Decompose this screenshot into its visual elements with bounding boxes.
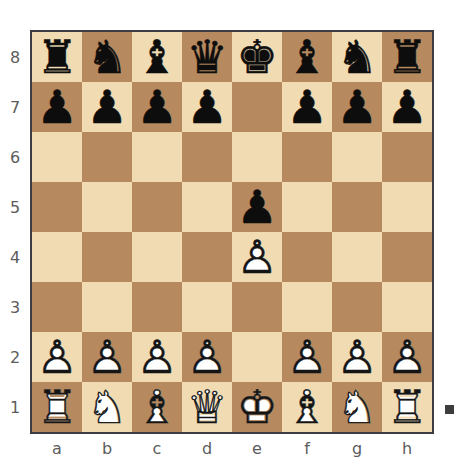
black-pawn-piece[interactable]: ♟ — [132, 82, 182, 132]
black-queen-piece[interactable]: ♛ — [182, 32, 232, 82]
black-king-piece[interactable]: ♚ — [232, 32, 282, 82]
white-rook-piece[interactable]: ♜♖ — [32, 382, 82, 432]
square-e6[interactable] — [232, 132, 282, 182]
square-b6[interactable] — [82, 132, 132, 182]
square-e2[interactable] — [232, 332, 282, 382]
square-e8[interactable]: ♚ — [232, 32, 282, 82]
square-a5[interactable] — [32, 182, 82, 232]
file-label: c — [132, 434, 182, 462]
white-queen-piece[interactable]: ♛♕ — [182, 382, 232, 432]
square-f8[interactable]: ♝ — [282, 32, 332, 82]
board: ♜♞♝♛♚♝♞♜♟♟♟♟♟♟♟♟♟♙♟♙♟♙♟♙♟♙♟♙♟♙♟♙♜♖♞♘♝♗♛♕… — [32, 32, 432, 432]
file-label: f — [282, 434, 332, 462]
rank-label: 2 — [0, 332, 30, 382]
square-f7[interactable]: ♟ — [282, 82, 332, 132]
square-f5[interactable] — [282, 182, 332, 232]
square-g6[interactable] — [332, 132, 382, 182]
black-bishop-piece[interactable]: ♝ — [132, 32, 182, 82]
black-knight-piece[interactable]: ♞ — [332, 32, 382, 82]
rank-label: 5 — [0, 182, 30, 232]
square-d8[interactable]: ♛ — [182, 32, 232, 82]
white-pawn-piece[interactable]: ♟♙ — [332, 332, 382, 382]
square-d6[interactable] — [182, 132, 232, 182]
square-b5[interactable] — [82, 182, 132, 232]
square-f1[interactable]: ♝♗ — [282, 382, 332, 432]
rank-label: 4 — [0, 232, 30, 282]
file-label: d — [182, 434, 232, 462]
square-c6[interactable] — [132, 132, 182, 182]
square-d5[interactable] — [182, 182, 232, 232]
square-h3[interactable] — [382, 282, 432, 332]
square-f6[interactable] — [282, 132, 332, 182]
square-a1[interactable]: ♜♖ — [32, 382, 82, 432]
square-a3[interactable] — [32, 282, 82, 332]
square-c3[interactable] — [132, 282, 182, 332]
square-h5[interactable] — [382, 182, 432, 232]
square-h2[interactable]: ♟♙ — [382, 332, 432, 382]
square-e1[interactable]: ♚♔ — [232, 382, 282, 432]
square-c8[interactable]: ♝ — [132, 32, 182, 82]
white-knight-piece[interactable]: ♞♘ — [332, 382, 382, 432]
white-bishop-piece[interactable]: ♝♗ — [282, 382, 332, 432]
square-a8[interactable]: ♜ — [32, 32, 82, 82]
file-label: b — [82, 434, 132, 462]
square-a7[interactable]: ♟ — [32, 82, 82, 132]
file-label: h — [382, 434, 432, 462]
square-e3[interactable] — [232, 282, 282, 332]
square-b3[interactable] — [82, 282, 132, 332]
white-pawn-piece[interactable]: ♟♙ — [182, 332, 232, 382]
white-king-piece[interactable]: ♚♔ — [232, 382, 282, 432]
square-g8[interactable]: ♞ — [332, 32, 382, 82]
square-c2[interactable]: ♟♙ — [132, 332, 182, 382]
rank-labels: 87654321 — [0, 32, 30, 432]
white-pawn-piece[interactable]: ♟♙ — [132, 332, 182, 382]
white-bishop-piece[interactable]: ♝♗ — [132, 382, 182, 432]
square-h8[interactable]: ♜ — [382, 32, 432, 82]
chess-board-frame: ♜♞♝♛♚♝♞♜♟♟♟♟♟♟♟♟♟♙♟♙♟♙♟♙♟♙♟♙♟♙♟♙♜♖♞♘♝♗♛♕… — [30, 30, 434, 434]
square-b7[interactable]: ♟ — [82, 82, 132, 132]
rank-label: 6 — [0, 132, 30, 182]
square-d4[interactable] — [182, 232, 232, 282]
white-pawn-piece[interactable]: ♟♙ — [32, 332, 82, 382]
rank-label: 7 — [0, 82, 30, 132]
black-pawn-piece[interactable]: ♟ — [382, 82, 432, 132]
black-pawn-piece[interactable]: ♟ — [182, 82, 232, 132]
square-h4[interactable] — [382, 232, 432, 282]
square-a4[interactable] — [32, 232, 82, 282]
black-pawn-piece[interactable]: ♟ — [82, 82, 132, 132]
square-d2[interactable]: ♟♙ — [182, 332, 232, 382]
square-g3[interactable] — [332, 282, 382, 332]
move-indicator — [445, 405, 454, 414]
square-b8[interactable]: ♞ — [82, 32, 132, 82]
square-g1[interactable]: ♞♘ — [332, 382, 382, 432]
black-pawn-piece[interactable]: ♟ — [332, 82, 382, 132]
square-g4[interactable] — [332, 232, 382, 282]
white-knight-piece[interactable]: ♞♘ — [82, 382, 132, 432]
black-pawn-piece[interactable]: ♟ — [282, 82, 332, 132]
square-c4[interactable] — [132, 232, 182, 282]
square-f4[interactable] — [282, 232, 332, 282]
square-e5[interactable]: ♟ — [232, 182, 282, 232]
white-pawn-piece[interactable]: ♟♙ — [282, 332, 332, 382]
square-g7[interactable]: ♟ — [332, 82, 382, 132]
square-g5[interactable] — [332, 182, 382, 232]
square-b2[interactable]: ♟♙ — [82, 332, 132, 382]
square-a6[interactable] — [32, 132, 82, 182]
square-d7[interactable]: ♟ — [182, 82, 232, 132]
square-c1[interactable]: ♝♗ — [132, 382, 182, 432]
black-pawn-piece[interactable]: ♟ — [232, 182, 282, 232]
black-knight-piece[interactable]: ♞ — [82, 32, 132, 82]
black-rook-piece[interactable]: ♜ — [382, 32, 432, 82]
square-b1[interactable]: ♞♘ — [82, 382, 132, 432]
square-c5[interactable] — [132, 182, 182, 232]
square-f3[interactable] — [282, 282, 332, 332]
rank-label: 3 — [0, 282, 30, 332]
white-rook-piece[interactable]: ♜♖ — [382, 382, 432, 432]
square-e4[interactable]: ♟♙ — [232, 232, 282, 282]
rank-label: 1 — [0, 382, 30, 432]
square-f2[interactable]: ♟♙ — [282, 332, 332, 382]
square-b4[interactable] — [82, 232, 132, 282]
file-labels: abcdefgh — [32, 434, 432, 462]
square-h7[interactable]: ♟ — [382, 82, 432, 132]
file-label: a — [32, 434, 82, 462]
white-pawn-piece[interactable]: ♟♙ — [82, 332, 132, 382]
square-a2[interactable]: ♟♙ — [32, 332, 82, 382]
white-pawn-piece[interactable]: ♟♙ — [382, 332, 432, 382]
square-h6[interactable] — [382, 132, 432, 182]
file-label: e — [232, 434, 282, 462]
square-c7[interactable]: ♟ — [132, 82, 182, 132]
square-e7[interactable] — [232, 82, 282, 132]
black-pawn-piece[interactable]: ♟ — [32, 82, 82, 132]
rank-label: 8 — [0, 32, 30, 82]
square-g2[interactable]: ♟♙ — [332, 332, 382, 382]
black-rook-piece[interactable]: ♜ — [32, 32, 82, 82]
white-pawn-piece[interactable]: ♟♙ — [232, 232, 282, 282]
square-d1[interactable]: ♛♕ — [182, 382, 232, 432]
square-d3[interactable] — [182, 282, 232, 332]
black-bishop-piece[interactable]: ♝ — [282, 32, 332, 82]
square-h1[interactable]: ♜♖ — [382, 382, 432, 432]
file-label: g — [332, 434, 382, 462]
